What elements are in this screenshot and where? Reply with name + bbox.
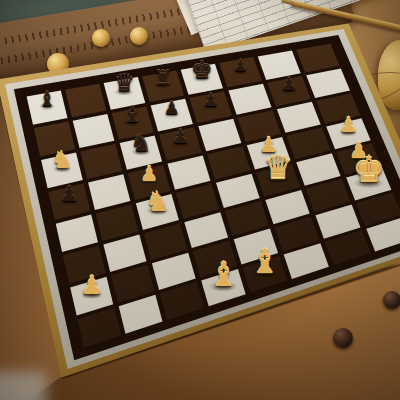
rail-gold-knob[interactable] bbox=[92, 29, 110, 47]
white-pawn-h5[interactable]: ♟ bbox=[339, 115, 358, 136]
black-pawn-e7[interactable]: ♟ bbox=[203, 92, 219, 110]
black-knight-c6[interactable]: ♞ bbox=[130, 132, 151, 156]
white-pawn-c5[interactable]: ♟ bbox=[140, 164, 159, 185]
black-pawn-g7[interactable]: ♟ bbox=[281, 76, 297, 94]
captured-dark-pawn[interactable] bbox=[333, 328, 353, 348]
black-bishop-a8[interactable]: ♝ bbox=[38, 90, 56, 110]
chess-scene: ♝♛♜♚♟♝♟♟♟♞♟♟♞♟♞♟♛♟♟♚♟♝♝ bbox=[0, 0, 400, 400]
black-pawn-a5[interactable]: ♟ bbox=[60, 183, 79, 204]
white-pawn-a2[interactable]: ♟ bbox=[80, 273, 103, 299]
black-king-e8[interactable]: ♚ bbox=[191, 58, 213, 82]
captured-dark-pawn[interactable] bbox=[383, 291, 400, 309]
white-knight-a6[interactable]: ♞ bbox=[51, 150, 72, 174]
rail-gold-knob[interactable] bbox=[130, 27, 148, 45]
black-rook-d8[interactable]: ♜ bbox=[154, 68, 173, 89]
black-queen-c8[interactable]: ♛ bbox=[114, 72, 135, 96]
black-bishop-c7[interactable]: ♝ bbox=[123, 104, 143, 126]
white-knight-c4[interactable]: ♞ bbox=[145, 188, 170, 215]
black-pawn-f8[interactable]: ♟ bbox=[233, 58, 247, 74]
white-king-h3[interactable]: ♚ bbox=[352, 152, 385, 189]
white-bishop-e1[interactable]: ♝ bbox=[250, 244, 280, 278]
black-pawn-d6[interactable]: ♟ bbox=[172, 127, 189, 146]
black-pawn-d7[interactable]: ♟ bbox=[164, 99, 180, 117]
white-bishop-d1[interactable]: ♝ bbox=[208, 258, 238, 292]
table-edge-highlight bbox=[0, 372, 46, 400]
white-queen-f4[interactable]: ♛ bbox=[263, 151, 293, 184]
